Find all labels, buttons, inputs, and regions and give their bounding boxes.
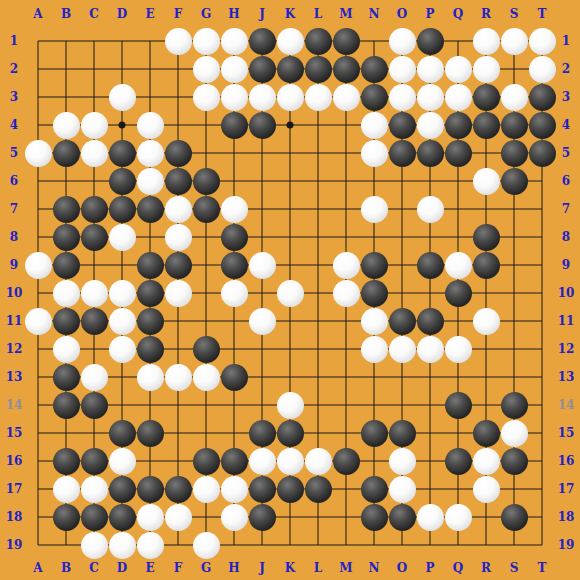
intersection-M15[interactable]: [332, 419, 360, 447]
intersection-F17[interactable]: [164, 475, 192, 503]
intersection-M2[interactable]: [332, 55, 360, 83]
intersection-C17[interactable]: [80, 475, 108, 503]
intersection-F15[interactable]: [164, 419, 192, 447]
intersection-J13[interactable]: [248, 363, 276, 391]
intersection-G15[interactable]: [192, 419, 220, 447]
intersection-D8[interactable]: [108, 223, 136, 251]
intersection-K3[interactable]: [276, 83, 304, 111]
intersection-A18[interactable]: [24, 503, 52, 531]
intersection-G7[interactable]: [192, 195, 220, 223]
intersection-R9[interactable]: [472, 251, 500, 279]
intersection-E18[interactable]: [136, 503, 164, 531]
intersection-C2[interactable]: [80, 55, 108, 83]
intersection-P5[interactable]: [416, 139, 444, 167]
intersection-B14[interactable]: [52, 391, 80, 419]
intersection-J18[interactable]: [248, 503, 276, 531]
intersection-F13[interactable]: [164, 363, 192, 391]
intersection-S2[interactable]: [500, 55, 528, 83]
intersection-G10[interactable]: [192, 279, 220, 307]
intersection-O1[interactable]: [388, 27, 416, 55]
intersection-O17[interactable]: [388, 475, 416, 503]
intersection-A7[interactable]: [24, 195, 52, 223]
intersection-L15[interactable]: [304, 419, 332, 447]
intersection-T2[interactable]: [528, 55, 556, 83]
intersection-A1[interactable]: [24, 27, 52, 55]
intersection-F5[interactable]: [164, 139, 192, 167]
intersection-B13[interactable]: [52, 363, 80, 391]
intersection-K11[interactable]: [276, 307, 304, 335]
intersection-Q6[interactable]: [444, 167, 472, 195]
intersection-D7[interactable]: [108, 195, 136, 223]
intersection-L19[interactable]: [304, 531, 332, 559]
intersection-E17[interactable]: [136, 475, 164, 503]
intersection-D11[interactable]: [108, 307, 136, 335]
intersection-B2[interactable]: [52, 55, 80, 83]
intersection-E7[interactable]: [136, 195, 164, 223]
intersection-H13[interactable]: [220, 363, 248, 391]
intersection-S4[interactable]: [500, 111, 528, 139]
intersection-F12[interactable]: [164, 335, 192, 363]
intersection-A8[interactable]: [24, 223, 52, 251]
intersection-B16[interactable]: [52, 447, 80, 475]
intersection-H3[interactable]: [220, 83, 248, 111]
intersection-C3[interactable]: [80, 83, 108, 111]
intersection-A14[interactable]: [24, 391, 52, 419]
intersection-T19[interactable]: [528, 531, 556, 559]
intersection-F16[interactable]: [164, 447, 192, 475]
intersection-J5[interactable]: [248, 139, 276, 167]
intersection-R16[interactable]: [472, 447, 500, 475]
intersection-P6[interactable]: [416, 167, 444, 195]
intersection-B8[interactable]: [52, 223, 80, 251]
intersection-R13[interactable]: [472, 363, 500, 391]
intersection-K9[interactable]: [276, 251, 304, 279]
intersection-B6[interactable]: [52, 167, 80, 195]
intersection-H7[interactable]: [220, 195, 248, 223]
intersection-H2[interactable]: [220, 55, 248, 83]
intersection-O16[interactable]: [388, 447, 416, 475]
intersection-N9[interactable]: [360, 251, 388, 279]
intersection-G13[interactable]: [192, 363, 220, 391]
intersection-D5[interactable]: [108, 139, 136, 167]
intersection-S11[interactable]: [500, 307, 528, 335]
intersection-G9[interactable]: [192, 251, 220, 279]
intersection-R11[interactable]: [472, 307, 500, 335]
intersection-T11[interactable]: [528, 307, 556, 335]
intersection-B10[interactable]: [52, 279, 80, 307]
intersection-J3[interactable]: [248, 83, 276, 111]
intersection-D1[interactable]: [108, 27, 136, 55]
intersection-T15[interactable]: [528, 419, 556, 447]
intersection-M17[interactable]: [332, 475, 360, 503]
intersection-L5[interactable]: [304, 139, 332, 167]
intersection-S12[interactable]: [500, 335, 528, 363]
intersection-T1[interactable]: [528, 27, 556, 55]
intersection-P19[interactable]: [416, 531, 444, 559]
intersection-O19[interactable]: [388, 531, 416, 559]
intersection-L13[interactable]: [304, 363, 332, 391]
intersection-R15[interactable]: [472, 419, 500, 447]
intersection-Q16[interactable]: [444, 447, 472, 475]
intersection-Q1[interactable]: [444, 27, 472, 55]
intersection-T14[interactable]: [528, 391, 556, 419]
intersection-Q10[interactable]: [444, 279, 472, 307]
intersection-T7[interactable]: [528, 195, 556, 223]
intersection-L12[interactable]: [304, 335, 332, 363]
intersection-H17[interactable]: [220, 475, 248, 503]
intersection-M12[interactable]: [332, 335, 360, 363]
intersection-K15[interactable]: [276, 419, 304, 447]
intersection-N17[interactable]: [360, 475, 388, 503]
intersection-R3[interactable]: [472, 83, 500, 111]
intersection-J12[interactable]: [248, 335, 276, 363]
intersection-F10[interactable]: [164, 279, 192, 307]
intersection-P14[interactable]: [416, 391, 444, 419]
intersection-Q4[interactable]: [444, 111, 472, 139]
intersection-D17[interactable]: [108, 475, 136, 503]
intersection-N19[interactable]: [360, 531, 388, 559]
intersection-P17[interactable]: [416, 475, 444, 503]
intersection-O8[interactable]: [388, 223, 416, 251]
intersection-K2[interactable]: [276, 55, 304, 83]
intersection-H16[interactable]: [220, 447, 248, 475]
intersection-B18[interactable]: [52, 503, 80, 531]
intersection-M16[interactable]: [332, 447, 360, 475]
intersection-G11[interactable]: [192, 307, 220, 335]
intersection-J7[interactable]: [248, 195, 276, 223]
intersection-K6[interactable]: [276, 167, 304, 195]
intersection-Q19[interactable]: [444, 531, 472, 559]
intersection-S5[interactable]: [500, 139, 528, 167]
intersection-C7[interactable]: [80, 195, 108, 223]
intersection-H4[interactable]: [220, 111, 248, 139]
intersection-E13[interactable]: [136, 363, 164, 391]
intersection-L8[interactable]: [304, 223, 332, 251]
intersection-F3[interactable]: [164, 83, 192, 111]
intersection-S10[interactable]: [500, 279, 528, 307]
intersection-C8[interactable]: [80, 223, 108, 251]
intersection-H10[interactable]: [220, 279, 248, 307]
intersection-H11[interactable]: [220, 307, 248, 335]
intersection-E16[interactable]: [136, 447, 164, 475]
intersection-D16[interactable]: [108, 447, 136, 475]
intersection-M7[interactable]: [332, 195, 360, 223]
intersection-D3[interactable]: [108, 83, 136, 111]
intersection-A3[interactable]: [24, 83, 52, 111]
intersection-J17[interactable]: [248, 475, 276, 503]
intersection-O4[interactable]: [388, 111, 416, 139]
intersection-C19[interactable]: [80, 531, 108, 559]
intersection-G5[interactable]: [192, 139, 220, 167]
intersection-M19[interactable]: [332, 531, 360, 559]
intersection-E6[interactable]: [136, 167, 164, 195]
intersection-N8[interactable]: [360, 223, 388, 251]
intersection-N1[interactable]: [360, 27, 388, 55]
intersection-L6[interactable]: [304, 167, 332, 195]
intersection-A10[interactable]: [24, 279, 52, 307]
intersection-P8[interactable]: [416, 223, 444, 251]
intersection-K4[interactable]: [276, 111, 304, 139]
intersection-J16[interactable]: [248, 447, 276, 475]
intersection-J1[interactable]: [248, 27, 276, 55]
intersection-Q8[interactable]: [444, 223, 472, 251]
intersection-G19[interactable]: [192, 531, 220, 559]
intersection-K12[interactable]: [276, 335, 304, 363]
intersection-J10[interactable]: [248, 279, 276, 307]
intersection-P16[interactable]: [416, 447, 444, 475]
intersection-M5[interactable]: [332, 139, 360, 167]
intersection-M11[interactable]: [332, 307, 360, 335]
intersection-F6[interactable]: [164, 167, 192, 195]
intersection-A9[interactable]: [24, 251, 52, 279]
intersection-F9[interactable]: [164, 251, 192, 279]
intersection-F1[interactable]: [164, 27, 192, 55]
intersection-D19[interactable]: [108, 531, 136, 559]
intersection-F14[interactable]: [164, 391, 192, 419]
intersection-G1[interactable]: [192, 27, 220, 55]
intersection-R1[interactable]: [472, 27, 500, 55]
intersection-F7[interactable]: [164, 195, 192, 223]
intersection-H6[interactable]: [220, 167, 248, 195]
intersection-E15[interactable]: [136, 419, 164, 447]
intersection-S8[interactable]: [500, 223, 528, 251]
intersection-O13[interactable]: [388, 363, 416, 391]
intersection-Q12[interactable]: [444, 335, 472, 363]
intersection-M18[interactable]: [332, 503, 360, 531]
intersection-H18[interactable]: [220, 503, 248, 531]
intersection-K16[interactable]: [276, 447, 304, 475]
intersection-P11[interactable]: [416, 307, 444, 335]
intersection-O12[interactable]: [388, 335, 416, 363]
intersection-O6[interactable]: [388, 167, 416, 195]
intersection-N7[interactable]: [360, 195, 388, 223]
intersection-S3[interactable]: [500, 83, 528, 111]
intersection-S6[interactable]: [500, 167, 528, 195]
intersection-E8[interactable]: [136, 223, 164, 251]
intersection-E2[interactable]: [136, 55, 164, 83]
intersection-B5[interactable]: [52, 139, 80, 167]
intersection-S9[interactable]: [500, 251, 528, 279]
intersection-R2[interactable]: [472, 55, 500, 83]
intersection-C11[interactable]: [80, 307, 108, 335]
intersection-R5[interactable]: [472, 139, 500, 167]
intersection-S16[interactable]: [500, 447, 528, 475]
intersection-B19[interactable]: [52, 531, 80, 559]
intersection-A4[interactable]: [24, 111, 52, 139]
intersection-S13[interactable]: [500, 363, 528, 391]
intersection-D15[interactable]: [108, 419, 136, 447]
intersection-Q14[interactable]: [444, 391, 472, 419]
intersection-C12[interactable]: [80, 335, 108, 363]
intersection-L11[interactable]: [304, 307, 332, 335]
intersection-K1[interactable]: [276, 27, 304, 55]
intersection-N10[interactable]: [360, 279, 388, 307]
intersection-M14[interactable]: [332, 391, 360, 419]
intersection-A15[interactable]: [24, 419, 52, 447]
intersection-T10[interactable]: [528, 279, 556, 307]
intersection-T12[interactable]: [528, 335, 556, 363]
intersection-H15[interactable]: [220, 419, 248, 447]
intersection-G17[interactable]: [192, 475, 220, 503]
intersection-S14[interactable]: [500, 391, 528, 419]
intersection-A12[interactable]: [24, 335, 52, 363]
intersection-L17[interactable]: [304, 475, 332, 503]
intersection-O3[interactable]: [388, 83, 416, 111]
intersection-T13[interactable]: [528, 363, 556, 391]
intersection-F2[interactable]: [164, 55, 192, 83]
intersection-M8[interactable]: [332, 223, 360, 251]
intersection-L3[interactable]: [304, 83, 332, 111]
intersection-T3[interactable]: [528, 83, 556, 111]
intersection-F11[interactable]: [164, 307, 192, 335]
intersection-O9[interactable]: [388, 251, 416, 279]
intersection-G8[interactable]: [192, 223, 220, 251]
intersection-A2[interactable]: [24, 55, 52, 83]
intersection-O11[interactable]: [388, 307, 416, 335]
intersection-K5[interactable]: [276, 139, 304, 167]
intersection-D6[interactable]: [108, 167, 136, 195]
intersection-S7[interactable]: [500, 195, 528, 223]
intersection-M9[interactable]: [332, 251, 360, 279]
intersection-T16[interactable]: [528, 447, 556, 475]
intersection-T4[interactable]: [528, 111, 556, 139]
intersection-B7[interactable]: [52, 195, 80, 223]
intersection-R4[interactable]: [472, 111, 500, 139]
intersection-L2[interactable]: [304, 55, 332, 83]
intersection-R19[interactable]: [472, 531, 500, 559]
intersection-G12[interactable]: [192, 335, 220, 363]
intersection-O2[interactable]: [388, 55, 416, 83]
intersection-D12[interactable]: [108, 335, 136, 363]
intersection-N14[interactable]: [360, 391, 388, 419]
intersection-N12[interactable]: [360, 335, 388, 363]
intersection-H19[interactable]: [220, 531, 248, 559]
intersection-P15[interactable]: [416, 419, 444, 447]
intersection-R14[interactable]: [472, 391, 500, 419]
intersection-M3[interactable]: [332, 83, 360, 111]
intersection-S1[interactable]: [500, 27, 528, 55]
intersection-N16[interactable]: [360, 447, 388, 475]
intersection-R18[interactable]: [472, 503, 500, 531]
intersection-D9[interactable]: [108, 251, 136, 279]
intersection-N11[interactable]: [360, 307, 388, 335]
intersection-L4[interactable]: [304, 111, 332, 139]
intersection-O15[interactable]: [388, 419, 416, 447]
intersection-Q5[interactable]: [444, 139, 472, 167]
intersection-G6[interactable]: [192, 167, 220, 195]
intersection-E19[interactable]: [136, 531, 164, 559]
intersection-A11[interactable]: [24, 307, 52, 335]
intersection-D10[interactable]: [108, 279, 136, 307]
intersection-C4[interactable]: [80, 111, 108, 139]
intersection-H9[interactable]: [220, 251, 248, 279]
intersection-H14[interactable]: [220, 391, 248, 419]
intersection-R10[interactable]: [472, 279, 500, 307]
intersection-S19[interactable]: [500, 531, 528, 559]
intersection-J9[interactable]: [248, 251, 276, 279]
intersection-J19[interactable]: [248, 531, 276, 559]
intersection-B1[interactable]: [52, 27, 80, 55]
intersection-E4[interactable]: [136, 111, 164, 139]
intersection-G18[interactable]: [192, 503, 220, 531]
intersection-C13[interactable]: [80, 363, 108, 391]
intersection-M6[interactable]: [332, 167, 360, 195]
intersection-L1[interactable]: [304, 27, 332, 55]
intersection-B11[interactable]: [52, 307, 80, 335]
intersection-L7[interactable]: [304, 195, 332, 223]
intersection-L14[interactable]: [304, 391, 332, 419]
intersection-K17[interactable]: [276, 475, 304, 503]
intersection-R6[interactable]: [472, 167, 500, 195]
intersection-T5[interactable]: [528, 139, 556, 167]
intersection-A13[interactable]: [24, 363, 52, 391]
intersection-O7[interactable]: [388, 195, 416, 223]
intersection-Q15[interactable]: [444, 419, 472, 447]
intersection-J4[interactable]: [248, 111, 276, 139]
intersection-S15[interactable]: [500, 419, 528, 447]
intersection-T8[interactable]: [528, 223, 556, 251]
intersection-P7[interactable]: [416, 195, 444, 223]
intersection-K13[interactable]: [276, 363, 304, 391]
intersection-K7[interactable]: [276, 195, 304, 223]
intersection-R17[interactable]: [472, 475, 500, 503]
intersection-C1[interactable]: [80, 27, 108, 55]
intersection-H1[interactable]: [220, 27, 248, 55]
intersection-A6[interactable]: [24, 167, 52, 195]
intersection-P3[interactable]: [416, 83, 444, 111]
intersection-D14[interactable]: [108, 391, 136, 419]
intersection-M13[interactable]: [332, 363, 360, 391]
intersection-H8[interactable]: [220, 223, 248, 251]
intersection-N4[interactable]: [360, 111, 388, 139]
intersection-Q13[interactable]: [444, 363, 472, 391]
intersection-F18[interactable]: [164, 503, 192, 531]
intersection-J11[interactable]: [248, 307, 276, 335]
intersection-O14[interactable]: [388, 391, 416, 419]
intersection-P13[interactable]: [416, 363, 444, 391]
intersection-N5[interactable]: [360, 139, 388, 167]
intersection-R7[interactable]: [472, 195, 500, 223]
intersection-N3[interactable]: [360, 83, 388, 111]
intersection-E5[interactable]: [136, 139, 164, 167]
intersection-K8[interactable]: [276, 223, 304, 251]
intersection-K18[interactable]: [276, 503, 304, 531]
intersection-E14[interactable]: [136, 391, 164, 419]
intersection-Q2[interactable]: [444, 55, 472, 83]
intersection-N18[interactable]: [360, 503, 388, 531]
intersection-P4[interactable]: [416, 111, 444, 139]
intersection-Q9[interactable]: [444, 251, 472, 279]
intersection-B9[interactable]: [52, 251, 80, 279]
intersection-C16[interactable]: [80, 447, 108, 475]
intersection-B15[interactable]: [52, 419, 80, 447]
intersection-N15[interactable]: [360, 419, 388, 447]
intersection-B4[interactable]: [52, 111, 80, 139]
intersection-C5[interactable]: [80, 139, 108, 167]
intersection-N2[interactable]: [360, 55, 388, 83]
intersection-M1[interactable]: [332, 27, 360, 55]
intersection-G2[interactable]: [192, 55, 220, 83]
intersection-S17[interactable]: [500, 475, 528, 503]
intersection-O18[interactable]: [388, 503, 416, 531]
intersection-J14[interactable]: [248, 391, 276, 419]
intersection-Q11[interactable]: [444, 307, 472, 335]
intersection-G4[interactable]: [192, 111, 220, 139]
intersection-A17[interactable]: [24, 475, 52, 503]
intersection-L16[interactable]: [304, 447, 332, 475]
intersection-J15[interactable]: [248, 419, 276, 447]
intersection-Q17[interactable]: [444, 475, 472, 503]
